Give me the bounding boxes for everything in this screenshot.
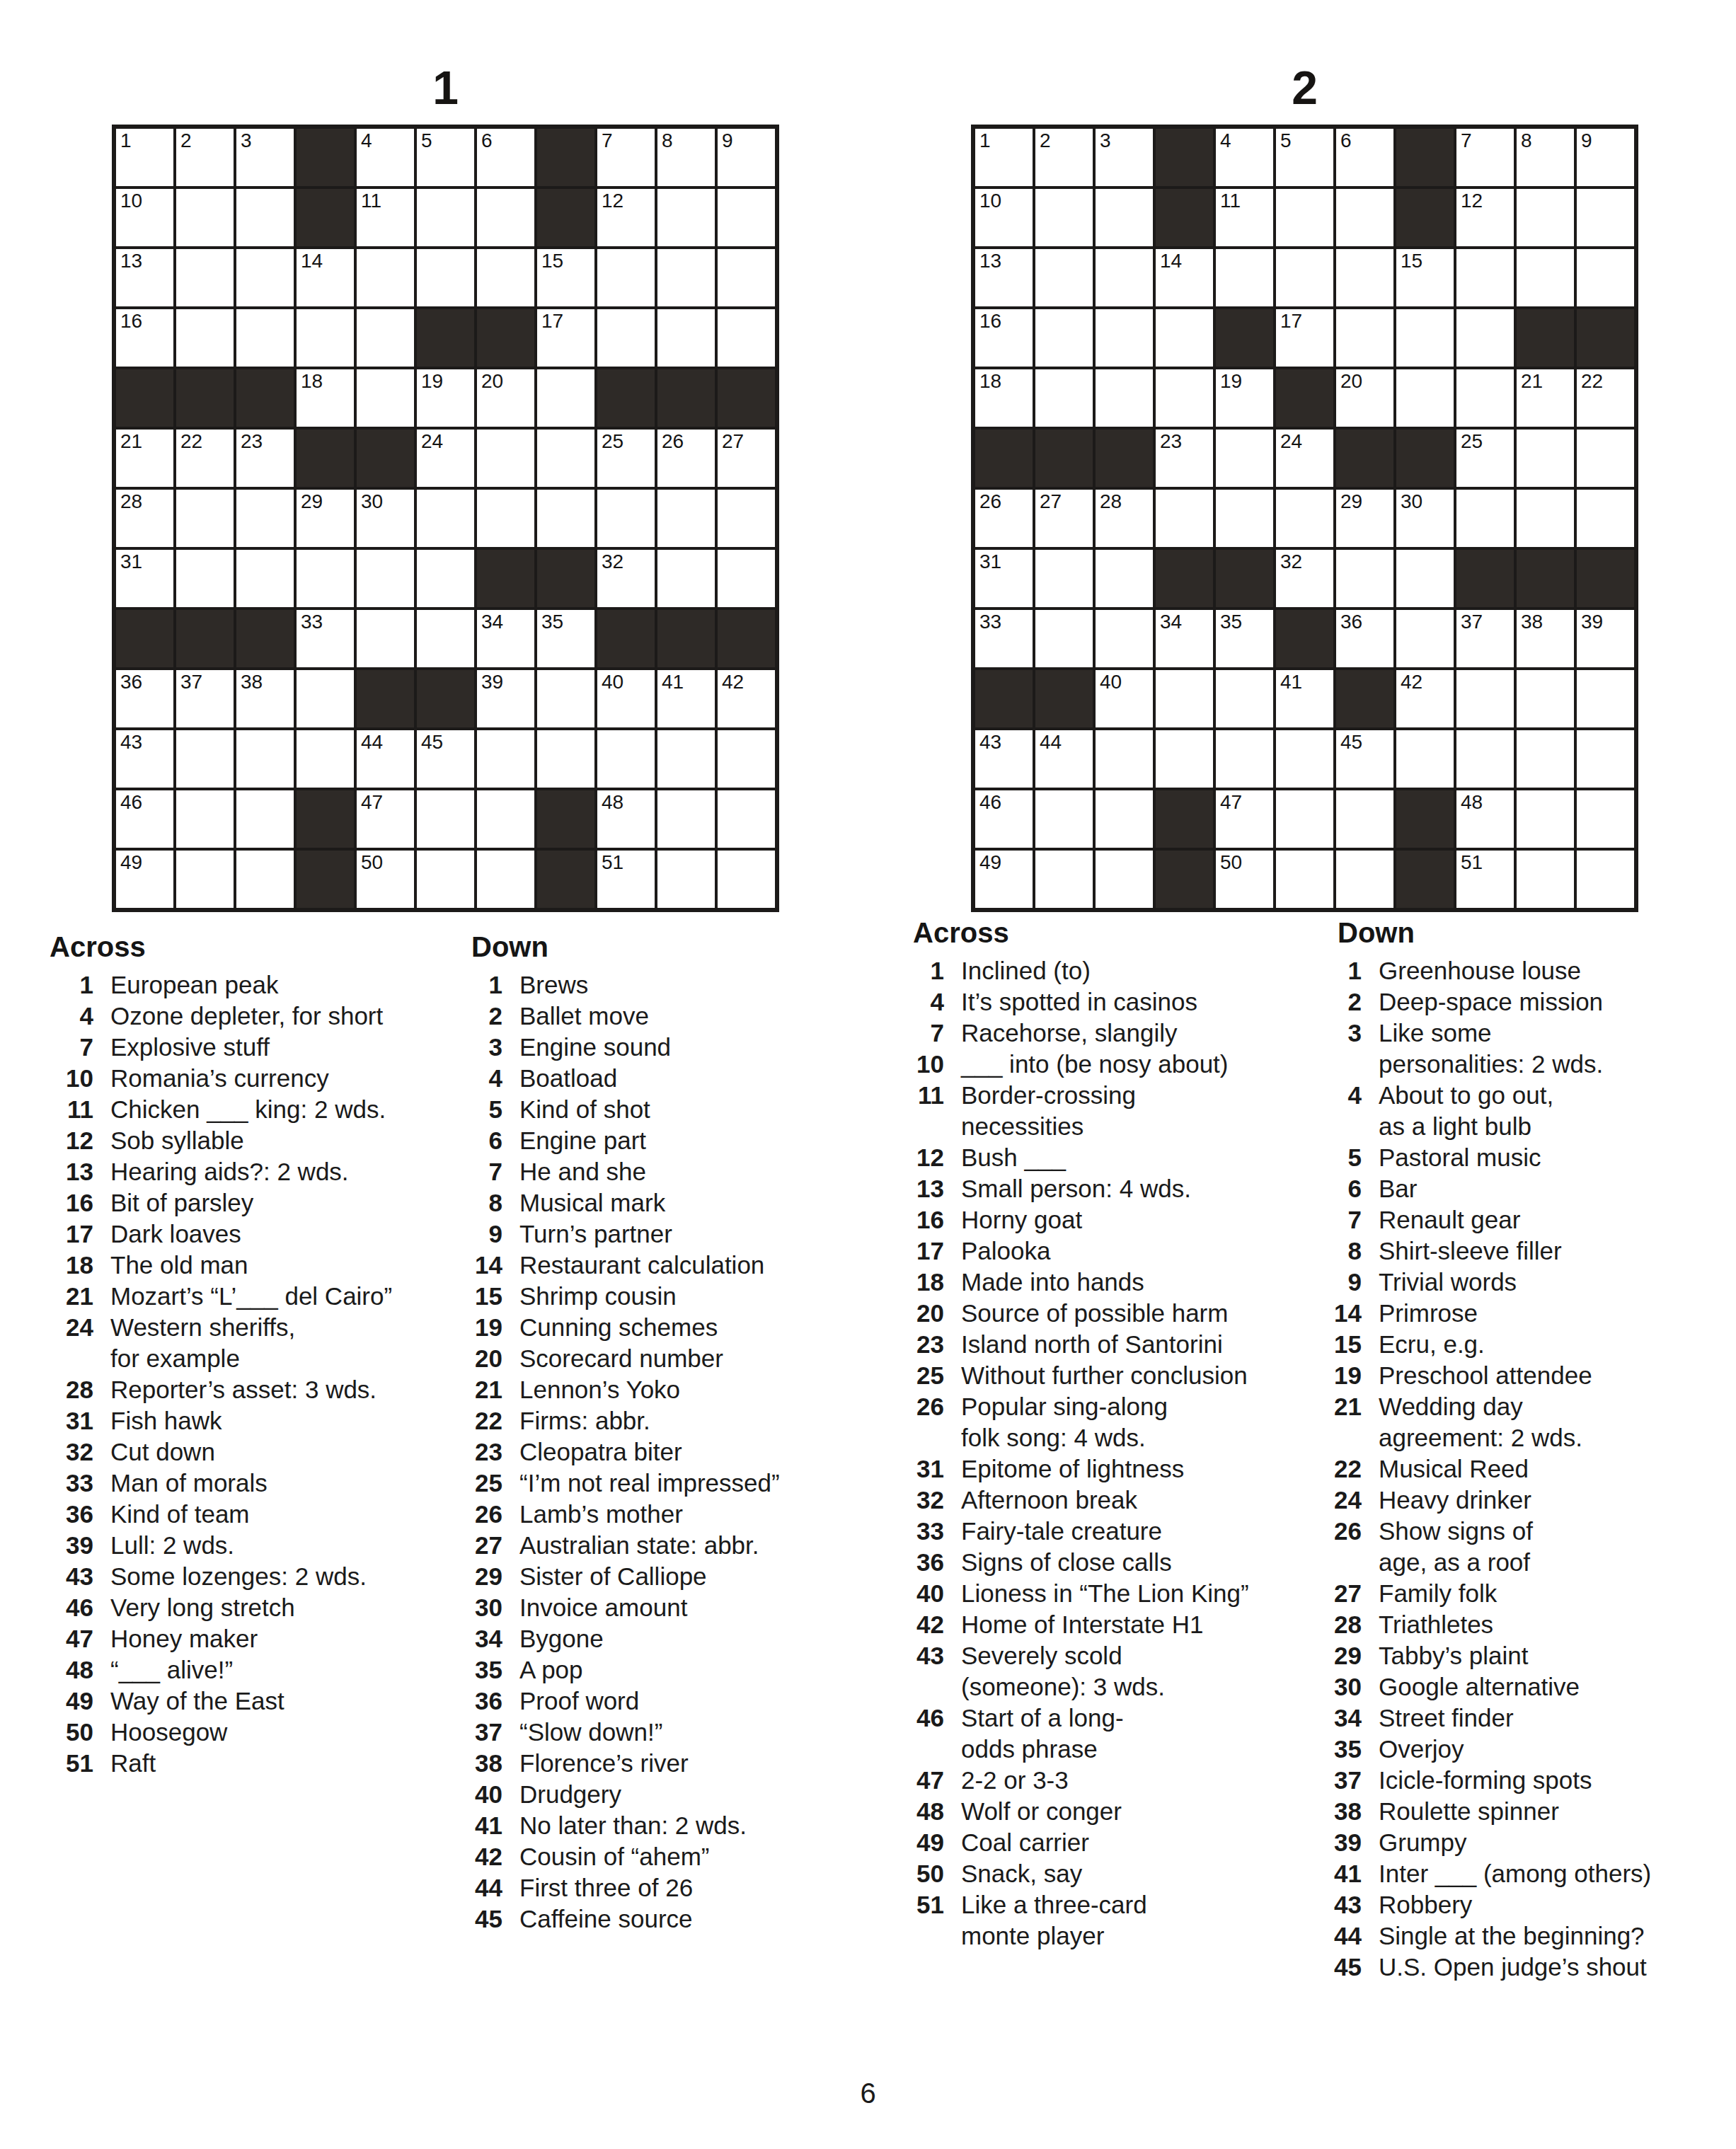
grid-cell[interactable]: 27 bbox=[716, 428, 776, 488]
grid-cell[interactable] bbox=[716, 248, 776, 308]
grid-cell[interactable] bbox=[1275, 789, 1335, 849]
grid-cell[interactable]: 34 bbox=[1154, 609, 1214, 669]
grid-cell[interactable] bbox=[1275, 849, 1335, 909]
grid-cell[interactable] bbox=[1395, 368, 1455, 428]
grid-cell[interactable] bbox=[175, 849, 235, 909]
grid-cell[interactable] bbox=[1335, 248, 1395, 308]
grid-cell[interactable] bbox=[1214, 669, 1275, 729]
clue-item: 51Raft bbox=[50, 1748, 443, 1779]
grid-cell[interactable]: 36 bbox=[1335, 609, 1395, 669]
clue-number: 46 bbox=[50, 1592, 93, 1623]
grid-cell[interactable]: 1 bbox=[974, 127, 1034, 188]
grid-cell[interactable]: 7 bbox=[596, 127, 656, 188]
grid-cell[interactable]: 22 bbox=[175, 428, 235, 488]
grid-cell[interactable] bbox=[235, 849, 295, 909]
grid-cell[interactable]: 3 bbox=[1094, 127, 1154, 188]
clue-item: 36Proof word bbox=[459, 1686, 869, 1717]
grid-cell[interactable]: 18 bbox=[295, 368, 355, 428]
grid-cell[interactable] bbox=[1154, 729, 1214, 789]
grid-cell[interactable] bbox=[1395, 308, 1455, 368]
grid-cell[interactable]: 33 bbox=[974, 609, 1034, 669]
grid-cell[interactable]: 28 bbox=[115, 488, 175, 548]
grid-cell[interactable]: 14 bbox=[295, 248, 355, 308]
grid-cell[interactable]: 29 bbox=[295, 488, 355, 548]
grid-cell[interactable]: 13 bbox=[974, 248, 1034, 308]
cell-number: 19 bbox=[421, 370, 443, 393]
clue-number: 42 bbox=[459, 1841, 502, 1872]
grid-cell[interactable]: 15 bbox=[1395, 248, 1455, 308]
grid-cell[interactable]: 16 bbox=[974, 308, 1034, 368]
grid-cell[interactable] bbox=[476, 789, 536, 849]
clue-number: 49 bbox=[900, 1827, 944, 1858]
grid-cell[interactable]: 4 bbox=[355, 127, 415, 188]
grid-cell[interactable]: 46 bbox=[115, 789, 175, 849]
grid-cell[interactable]: 23 bbox=[235, 428, 295, 488]
grid-cell[interactable]: 24 bbox=[415, 428, 476, 488]
grid-cell[interactable] bbox=[1275, 488, 1335, 548]
grid-cell[interactable] bbox=[1034, 849, 1094, 909]
grid-cell[interactable]: 8 bbox=[1515, 127, 1575, 188]
grid-cell[interactable] bbox=[716, 729, 776, 789]
grid-cell[interactable] bbox=[1094, 368, 1154, 428]
grid-cell[interactable] bbox=[1455, 729, 1515, 789]
clue-item: 36Kind of team bbox=[50, 1499, 443, 1530]
grid-cell[interactable]: 5 bbox=[415, 127, 476, 188]
grid-cell[interactable]: 18 bbox=[974, 368, 1034, 428]
grid-cell[interactable]: 21 bbox=[115, 428, 175, 488]
grid-cell[interactable] bbox=[596, 308, 656, 368]
grid-cell[interactable] bbox=[476, 428, 536, 488]
grid-cell[interactable]: 17 bbox=[536, 308, 596, 368]
grid-cell[interactable] bbox=[1455, 669, 1515, 729]
cell-number: 42 bbox=[1401, 671, 1422, 693]
clue-item: 46Start of a long- odds phrase bbox=[900, 1703, 1325, 1765]
grid-cell[interactable] bbox=[1515, 428, 1575, 488]
grid-cell[interactable] bbox=[656, 488, 716, 548]
grid-cell[interactable]: 24 bbox=[1275, 428, 1335, 488]
grid-cell[interactable] bbox=[716, 188, 776, 248]
grid-cell[interactable]: 7 bbox=[1455, 127, 1515, 188]
cell-number: 44 bbox=[361, 731, 383, 754]
clue-number: 12 bbox=[900, 1142, 944, 1173]
grid-cell[interactable]: 40 bbox=[1094, 669, 1154, 729]
grid-cell[interactable]: 32 bbox=[1275, 548, 1335, 609]
grid-cell[interactable] bbox=[295, 729, 355, 789]
grid-cell[interactable]: 49 bbox=[974, 849, 1034, 909]
clue-number: 2 bbox=[459, 1001, 502, 1032]
grid-cell[interactable] bbox=[1575, 729, 1636, 789]
clue-text: Icicle-forming spots bbox=[1379, 1765, 1592, 1796]
clue-item: 17Dark loaves bbox=[50, 1218, 443, 1250]
grid-cell[interactable] bbox=[1275, 729, 1335, 789]
grid-cell[interactable]: 21 bbox=[1515, 368, 1575, 428]
clue-item: 22Firms: abbr. bbox=[459, 1405, 869, 1436]
grid-cell[interactable] bbox=[656, 188, 716, 248]
grid-cell[interactable] bbox=[1515, 669, 1575, 729]
grid-cell[interactable] bbox=[1034, 188, 1094, 248]
grid-cell[interactable] bbox=[656, 248, 716, 308]
grid-cell[interactable]: 17 bbox=[1275, 308, 1335, 368]
grid-cell[interactable] bbox=[596, 729, 656, 789]
grid-cell[interactable] bbox=[235, 789, 295, 849]
grid-cell[interactable] bbox=[1455, 488, 1515, 548]
grid-cell[interactable]: 29 bbox=[1335, 488, 1395, 548]
grid-cell[interactable]: 6 bbox=[476, 127, 536, 188]
grid-cell[interactable] bbox=[1154, 368, 1214, 428]
clue-number: 36 bbox=[459, 1686, 502, 1717]
grid-cell[interactable] bbox=[1034, 368, 1094, 428]
grid-cell[interactable] bbox=[1094, 308, 1154, 368]
grid-cell[interactable] bbox=[175, 789, 235, 849]
grid-cell[interactable]: 34 bbox=[476, 609, 536, 669]
grid-cell[interactable]: 41 bbox=[1275, 669, 1335, 729]
cell-number: 20 bbox=[481, 370, 503, 393]
grid-cell[interactable]: 30 bbox=[355, 488, 415, 548]
clue-number: 49 bbox=[50, 1686, 93, 1717]
grid-cell[interactable] bbox=[415, 488, 476, 548]
grid-cell[interactable] bbox=[716, 548, 776, 609]
grid-cell[interactable]: 37 bbox=[175, 669, 235, 729]
grid-cell[interactable] bbox=[536, 669, 596, 729]
cell-number: 26 bbox=[979, 490, 1001, 513]
grid-cell[interactable] bbox=[355, 548, 415, 609]
grid-cell[interactable]: 32 bbox=[596, 548, 656, 609]
grid-cell[interactable]: 2 bbox=[175, 127, 235, 188]
grid-cell[interactable] bbox=[656, 308, 716, 368]
grid-cell[interactable]: 26 bbox=[974, 488, 1034, 548]
grid-cell[interactable] bbox=[175, 729, 235, 789]
grid-cell[interactable] bbox=[1335, 789, 1395, 849]
grid-cell[interactable] bbox=[1094, 188, 1154, 248]
grid-cell[interactable] bbox=[415, 188, 476, 248]
grid-cell[interactable]: 25 bbox=[596, 428, 656, 488]
cell-number: 29 bbox=[1340, 490, 1362, 513]
grid-cell[interactable] bbox=[295, 548, 355, 609]
grid-cell[interactable]: 50 bbox=[1214, 849, 1275, 909]
grid-cell[interactable] bbox=[1335, 188, 1395, 248]
grid-cell[interactable]: 16 bbox=[115, 308, 175, 368]
clue-item: 34Street finder bbox=[1318, 1703, 1730, 1734]
grid-cell[interactable]: 10 bbox=[974, 188, 1034, 248]
grid-cell[interactable]: 4 bbox=[1214, 127, 1275, 188]
grid-cell[interactable] bbox=[355, 368, 415, 428]
grid-cell[interactable] bbox=[1395, 729, 1455, 789]
grid-cell[interactable] bbox=[415, 849, 476, 909]
clue-text: Reporter’s asset: 3 wds. bbox=[110, 1374, 376, 1405]
grid-cell[interactable] bbox=[1214, 729, 1275, 789]
grid-cell[interactable]: 50 bbox=[355, 849, 415, 909]
clue-number: 47 bbox=[900, 1765, 944, 1796]
clue-item: 43Robbery bbox=[1318, 1889, 1730, 1920]
grid-cell[interactable] bbox=[1275, 188, 1335, 248]
grid-cell[interactable] bbox=[1094, 548, 1154, 609]
grid-cell[interactable] bbox=[476, 248, 536, 308]
grid-cell[interactable]: 37 bbox=[1455, 609, 1515, 669]
grid-cell[interactable]: 33 bbox=[295, 609, 355, 669]
grid-cell[interactable]: 35 bbox=[536, 609, 596, 669]
clue-number: 47 bbox=[50, 1623, 93, 1654]
grid-cell[interactable] bbox=[175, 308, 235, 368]
grid-cell[interactable] bbox=[235, 548, 295, 609]
grid-cell[interactable]: 6 bbox=[1335, 127, 1395, 188]
clue-item: 3Engine sound bbox=[459, 1032, 869, 1063]
grid-cell[interactable]: 43 bbox=[115, 729, 175, 789]
grid-cell[interactable]: 9 bbox=[716, 127, 776, 188]
cell-number: 31 bbox=[979, 551, 1001, 573]
clue-text: Florence’s river bbox=[519, 1748, 689, 1779]
grid-cell[interactable]: 42 bbox=[1395, 669, 1455, 729]
grid-cell[interactable] bbox=[716, 488, 776, 548]
grid-cell[interactable] bbox=[476, 849, 536, 909]
grid-cell[interactable] bbox=[536, 368, 596, 428]
grid-cell[interactable]: 51 bbox=[1455, 849, 1515, 909]
grid-cell[interactable] bbox=[415, 609, 476, 669]
grid-cell[interactable] bbox=[1515, 849, 1575, 909]
grid-cell[interactable] bbox=[175, 548, 235, 609]
black-cell bbox=[716, 368, 776, 428]
grid-cell[interactable] bbox=[1154, 308, 1214, 368]
clue-number: 16 bbox=[900, 1204, 944, 1235]
grid-cell[interactable]: 47 bbox=[1214, 789, 1275, 849]
grid-cell[interactable] bbox=[1575, 248, 1636, 308]
clue-item: 30Google alternative bbox=[1318, 1671, 1730, 1703]
clue-number: 13 bbox=[50, 1156, 93, 1187]
grid-cell[interactable]: 12 bbox=[1455, 188, 1515, 248]
cell-number: 14 bbox=[1160, 250, 1182, 272]
grid-cell[interactable] bbox=[596, 248, 656, 308]
grid-cell[interactable] bbox=[1275, 248, 1335, 308]
clue-number: 1 bbox=[459, 969, 502, 1001]
grid-cell[interactable] bbox=[1034, 308, 1094, 368]
grid-cell[interactable] bbox=[235, 248, 295, 308]
grid-cell[interactable] bbox=[1395, 548, 1455, 609]
grid-cell[interactable]: 48 bbox=[596, 789, 656, 849]
clue-number: 3 bbox=[459, 1032, 502, 1063]
grid-cell[interactable] bbox=[716, 789, 776, 849]
grid-cell[interactable]: 13 bbox=[115, 248, 175, 308]
clue-text: Musical Reed bbox=[1379, 1453, 1529, 1485]
grid-cell[interactable] bbox=[1034, 248, 1094, 308]
grid-cell[interactable] bbox=[355, 248, 415, 308]
grid-cell[interactable] bbox=[175, 248, 235, 308]
grid-cell[interactable]: 19 bbox=[415, 368, 476, 428]
grid-cell[interactable]: 51 bbox=[596, 849, 656, 909]
grid-cell[interactable] bbox=[175, 188, 235, 248]
clue-item: 20Source of possible harm bbox=[900, 1298, 1325, 1329]
grid-cell[interactable] bbox=[656, 729, 716, 789]
clue-number: 26 bbox=[459, 1499, 502, 1530]
grid-cell[interactable] bbox=[596, 488, 656, 548]
grid-cell[interactable]: 44 bbox=[355, 729, 415, 789]
grid-cell[interactable]: 28 bbox=[1094, 488, 1154, 548]
grid-cell[interactable] bbox=[1094, 248, 1154, 308]
grid-cell[interactable] bbox=[476, 488, 536, 548]
cell-number: 42 bbox=[722, 671, 744, 693]
grid-cell[interactable] bbox=[1034, 548, 1094, 609]
grid-cell[interactable]: 14 bbox=[1154, 248, 1214, 308]
grid-cell[interactable] bbox=[1515, 488, 1575, 548]
grid-cell[interactable] bbox=[355, 609, 415, 669]
clue-item: 27Australian state: abbr. bbox=[459, 1530, 869, 1561]
cell-number: 16 bbox=[979, 310, 1001, 333]
grid-cell[interactable] bbox=[1034, 789, 1094, 849]
grid-cell[interactable]: 12 bbox=[596, 188, 656, 248]
clue-number: 29 bbox=[459, 1561, 502, 1592]
clue-item: 4It’s spotted in casinos bbox=[900, 986, 1325, 1018]
grid-cell[interactable] bbox=[1575, 849, 1636, 909]
grid-cell[interactable] bbox=[1575, 488, 1636, 548]
grid-cell[interactable]: 30 bbox=[1395, 488, 1455, 548]
grid-cell[interactable] bbox=[1515, 248, 1575, 308]
grid-cell[interactable]: 19 bbox=[1214, 368, 1275, 428]
black-cell bbox=[476, 308, 536, 368]
cell-number: 39 bbox=[481, 671, 503, 693]
grid-cell[interactable]: 49 bbox=[115, 849, 175, 909]
grid-cell[interactable]: 10 bbox=[115, 188, 175, 248]
grid-cell[interactable] bbox=[415, 248, 476, 308]
grid-cell[interactable]: 39 bbox=[1575, 609, 1636, 669]
grid-cell[interactable] bbox=[716, 308, 776, 368]
grid-cell[interactable]: 40 bbox=[596, 669, 656, 729]
grid-cell[interactable] bbox=[1515, 789, 1575, 849]
grid-cell[interactable] bbox=[476, 188, 536, 248]
grid-cell[interactable] bbox=[415, 548, 476, 609]
grid-cell[interactable] bbox=[1335, 849, 1395, 909]
cell-number: 21 bbox=[1521, 370, 1543, 393]
clue-text: Hearing aids?: 2 wds. bbox=[110, 1156, 349, 1187]
grid-cell[interactable] bbox=[536, 729, 596, 789]
grid-cell[interactable] bbox=[1214, 488, 1275, 548]
grid-cell[interactable] bbox=[1214, 428, 1275, 488]
grid-cell[interactable]: 15 bbox=[536, 248, 596, 308]
grid-cell[interactable] bbox=[1575, 188, 1636, 248]
clue-text: Cousin of “ahem” bbox=[519, 1841, 709, 1872]
grid-cell[interactable]: 45 bbox=[1335, 729, 1395, 789]
grid-cell[interactable]: 31 bbox=[115, 548, 175, 609]
grid-cell[interactable]: 38 bbox=[1515, 609, 1575, 669]
black-cell bbox=[656, 368, 716, 428]
grid-cell[interactable]: 38 bbox=[235, 669, 295, 729]
grid-cell[interactable]: 2 bbox=[1034, 127, 1094, 188]
clue-text: Some lozenges: 2 wds. bbox=[110, 1561, 367, 1592]
grid-cell[interactable] bbox=[1154, 669, 1214, 729]
grid-cell[interactable] bbox=[1094, 789, 1154, 849]
grid-cell[interactable]: 11 bbox=[1214, 188, 1275, 248]
grid-cell[interactable] bbox=[1575, 789, 1636, 849]
grid-cell[interactable]: 42 bbox=[716, 669, 776, 729]
grid-cell[interactable] bbox=[1094, 849, 1154, 909]
clue-number: 33 bbox=[900, 1516, 944, 1547]
grid-cell[interactable] bbox=[175, 488, 235, 548]
grid-cell[interactable] bbox=[1335, 308, 1395, 368]
grid-cell[interactable] bbox=[1575, 428, 1636, 488]
grid-cell[interactable] bbox=[355, 308, 415, 368]
clue-number: 35 bbox=[459, 1654, 502, 1686]
grid-cell[interactable]: 44 bbox=[1034, 729, 1094, 789]
grid-cell[interactable]: 3 bbox=[235, 127, 295, 188]
grid-cell[interactable] bbox=[1395, 609, 1455, 669]
grid-cell[interactable] bbox=[415, 789, 476, 849]
grid-cell[interactable]: 8 bbox=[656, 127, 716, 188]
grid-cell[interactable] bbox=[235, 488, 295, 548]
clue-item: 40Drudgery bbox=[459, 1779, 869, 1810]
clue-item: 12Bush ___ bbox=[900, 1142, 1325, 1173]
grid-cell[interactable]: 26 bbox=[656, 428, 716, 488]
grid-cell[interactable] bbox=[536, 428, 596, 488]
grid-cell[interactable]: 27 bbox=[1034, 488, 1094, 548]
grid-cell[interactable] bbox=[235, 308, 295, 368]
grid-cell[interactable] bbox=[1455, 308, 1515, 368]
grid-cell[interactable]: 47 bbox=[355, 789, 415, 849]
grid-cell[interactable]: 45 bbox=[415, 729, 476, 789]
grid-cell[interactable] bbox=[656, 548, 716, 609]
grid-cell[interactable] bbox=[656, 849, 716, 909]
grid-cell[interactable] bbox=[295, 308, 355, 368]
grid-cell[interactable]: 39 bbox=[476, 669, 536, 729]
grid-cell[interactable] bbox=[1575, 669, 1636, 729]
grid-cell[interactable]: 35 bbox=[1214, 609, 1275, 669]
grid-cell[interactable] bbox=[1094, 729, 1154, 789]
grid-cell[interactable]: 31 bbox=[974, 548, 1034, 609]
grid-cell[interactable]: 46 bbox=[974, 789, 1034, 849]
cell-number: 6 bbox=[481, 129, 493, 152]
clue-item: 1Brews bbox=[459, 969, 869, 1001]
grid-cell[interactable]: 41 bbox=[656, 669, 716, 729]
grid-cell[interactable]: 25 bbox=[1455, 428, 1515, 488]
grid-cell[interactable] bbox=[1455, 368, 1515, 428]
grid-cell[interactable] bbox=[295, 669, 355, 729]
grid-cell[interactable]: 48 bbox=[1455, 789, 1515, 849]
grid-cell[interactable] bbox=[536, 488, 596, 548]
grid-cell[interactable] bbox=[1154, 488, 1214, 548]
grid-cell[interactable]: 9 bbox=[1575, 127, 1636, 188]
clue-item: 33Fairy-tale creature bbox=[900, 1516, 1325, 1547]
grid-cell[interactable] bbox=[1455, 248, 1515, 308]
grid-cell[interactable]: 1 bbox=[115, 127, 175, 188]
clue-item: 28Reporter’s asset: 3 wds. bbox=[50, 1374, 443, 1405]
grid-cell[interactable]: 43 bbox=[974, 729, 1034, 789]
grid-cell[interactable] bbox=[1214, 248, 1275, 308]
grid-cell[interactable] bbox=[1094, 609, 1154, 669]
grid-cell[interactable] bbox=[716, 849, 776, 909]
grid-cell[interactable] bbox=[1034, 609, 1094, 669]
clue-item: 33Man of morals bbox=[50, 1468, 443, 1499]
grid-cell[interactable]: 20 bbox=[476, 368, 536, 428]
grid-cell[interactable]: 36 bbox=[115, 669, 175, 729]
black-cell bbox=[1575, 308, 1636, 368]
grid-cell[interactable] bbox=[235, 188, 295, 248]
crossword-grid-2-cells: 1234567891011121314151617181920212223242… bbox=[974, 127, 1636, 909]
clue-item: 41Inter ___ (among others) bbox=[1318, 1858, 1730, 1889]
clue-number: 1 bbox=[50, 969, 93, 1001]
clue-text: Signs of close calls bbox=[961, 1547, 1172, 1578]
grid-cell[interactable]: 23 bbox=[1154, 428, 1214, 488]
clue-number: 7 bbox=[900, 1018, 944, 1049]
grid-cell[interactable]: 20 bbox=[1335, 368, 1395, 428]
grid-cell[interactable] bbox=[1515, 188, 1575, 248]
clue-item: 27Family folk bbox=[1318, 1578, 1730, 1609]
grid-cell[interactable] bbox=[235, 729, 295, 789]
clue-number: 9 bbox=[1318, 1267, 1362, 1298]
grid-cell[interactable]: 5 bbox=[1275, 127, 1335, 188]
grid-cell[interactable] bbox=[476, 729, 536, 789]
grid-cell[interactable] bbox=[1335, 548, 1395, 609]
grid-cell[interactable] bbox=[1515, 729, 1575, 789]
black-cell bbox=[1214, 548, 1275, 609]
grid-cell[interactable]: 11 bbox=[355, 188, 415, 248]
grid-cell[interactable] bbox=[656, 789, 716, 849]
grid-cell[interactable]: 22 bbox=[1575, 368, 1636, 428]
